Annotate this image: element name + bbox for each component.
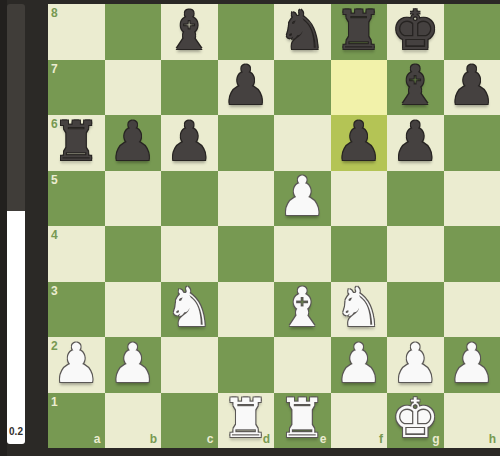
square-e7[interactable] bbox=[274, 60, 331, 116]
square-e3[interactable]: ♝ bbox=[274, 282, 331, 338]
rank-label-7: 7 bbox=[51, 63, 58, 75]
square-b2[interactable]: ♟ bbox=[105, 337, 162, 393]
piece-white-knight-f3[interactable]: ♞ bbox=[335, 281, 383, 335]
chess-board: 8♝♞♜♚7♟♝♟6♜♟♟♟♟5♟43♞♝♞2♟♟♟♟♟1abcd♜e♜fg♚h bbox=[48, 4, 500, 448]
square-h5[interactable] bbox=[444, 171, 500, 227]
square-d6[interactable] bbox=[218, 115, 275, 171]
piece-black-bishop-c8[interactable]: ♝ bbox=[165, 4, 213, 58]
piece-white-king-g1[interactable]: ♚ bbox=[391, 392, 439, 446]
rank-label-1: 1 bbox=[51, 396, 58, 408]
square-c7[interactable] bbox=[161, 60, 218, 116]
piece-white-rook-e1[interactable]: ♜ bbox=[278, 392, 326, 446]
square-g2[interactable]: ♟ bbox=[387, 337, 444, 393]
square-c8[interactable]: ♝ bbox=[161, 4, 218, 60]
piece-black-rook-f8[interactable]: ♜ bbox=[335, 4, 383, 58]
square-h4[interactable] bbox=[444, 226, 500, 282]
piece-white-pawn-a2[interactable]: ♟ bbox=[52, 337, 100, 391]
square-a1[interactable]: 1a bbox=[48, 393, 105, 449]
square-g7[interactable]: ♝ bbox=[387, 60, 444, 116]
square-c5[interactable] bbox=[161, 171, 218, 227]
square-d7[interactable]: ♟ bbox=[218, 60, 275, 116]
square-a4[interactable]: 4 bbox=[48, 226, 105, 282]
square-d8[interactable] bbox=[218, 4, 275, 60]
square-h6[interactable] bbox=[444, 115, 500, 171]
piece-black-pawn-c6[interactable]: ♟ bbox=[165, 115, 213, 169]
piece-white-pawn-h2[interactable]: ♟ bbox=[448, 337, 496, 391]
file-label-c: c bbox=[207, 433, 214, 445]
square-e2[interactable] bbox=[274, 337, 331, 393]
square-b6[interactable]: ♟ bbox=[105, 115, 162, 171]
piece-black-pawn-d7[interactable]: ♟ bbox=[222, 59, 270, 113]
square-d4[interactable] bbox=[218, 226, 275, 282]
square-b1[interactable]: b bbox=[105, 393, 162, 449]
square-c6[interactable]: ♟ bbox=[161, 115, 218, 171]
square-a3[interactable]: 3 bbox=[48, 282, 105, 338]
rank-label-5: 5 bbox=[51, 174, 58, 186]
square-d2[interactable] bbox=[218, 337, 275, 393]
square-d5[interactable] bbox=[218, 171, 275, 227]
square-e5[interactable]: ♟ bbox=[274, 171, 331, 227]
square-g8[interactable]: ♚ bbox=[387, 4, 444, 60]
square-a5[interactable]: 5 bbox=[48, 171, 105, 227]
square-h2[interactable]: ♟ bbox=[444, 337, 500, 393]
square-c2[interactable] bbox=[161, 337, 218, 393]
square-b5[interactable] bbox=[105, 171, 162, 227]
square-g6[interactable]: ♟ bbox=[387, 115, 444, 171]
square-c4[interactable] bbox=[161, 226, 218, 282]
square-f4[interactable] bbox=[331, 226, 388, 282]
piece-white-pawn-e5[interactable]: ♟ bbox=[278, 170, 326, 224]
evaluation-bar-track bbox=[7, 4, 25, 444]
piece-white-pawn-f2[interactable]: ♟ bbox=[335, 337, 383, 391]
square-h7[interactable]: ♟ bbox=[444, 60, 500, 116]
file-label-a: a bbox=[94, 433, 101, 445]
piece-black-pawn-h7[interactable]: ♟ bbox=[448, 59, 496, 113]
square-b4[interactable] bbox=[105, 226, 162, 282]
piece-black-pawn-g6[interactable]: ♟ bbox=[391, 115, 439, 169]
square-a7[interactable]: 7 bbox=[48, 60, 105, 116]
square-f1[interactable]: f bbox=[331, 393, 388, 449]
piece-white-bishop-e3[interactable]: ♝ bbox=[278, 281, 326, 335]
evaluation-bar: 0.2 bbox=[7, 4, 25, 444]
piece-black-knight-e8[interactable]: ♞ bbox=[278, 4, 326, 58]
piece-black-pawn-f6[interactable]: ♟ bbox=[335, 115, 383, 169]
square-d3[interactable] bbox=[218, 282, 275, 338]
square-h1[interactable]: h bbox=[444, 393, 500, 449]
file-label-b: b bbox=[150, 433, 157, 445]
square-d1[interactable]: d♜ bbox=[218, 393, 275, 449]
piece-white-pawn-b2[interactable]: ♟ bbox=[109, 337, 157, 391]
square-g3[interactable] bbox=[387, 282, 444, 338]
evaluation-bar-white-fill bbox=[7, 211, 25, 444]
square-b3[interactable] bbox=[105, 282, 162, 338]
piece-white-knight-c3[interactable]: ♞ bbox=[165, 281, 213, 335]
square-f7[interactable] bbox=[331, 60, 388, 116]
square-c3[interactable]: ♞ bbox=[161, 282, 218, 338]
square-g1[interactable]: g♚ bbox=[387, 393, 444, 449]
square-h3[interactable] bbox=[444, 282, 500, 338]
square-f8[interactable]: ♜ bbox=[331, 4, 388, 60]
file-label-f: f bbox=[379, 433, 383, 445]
piece-black-bishop-g7[interactable]: ♝ bbox=[391, 59, 439, 113]
square-e1[interactable]: e♜ bbox=[274, 393, 331, 449]
square-g5[interactable] bbox=[387, 171, 444, 227]
piece-black-rook-a6[interactable]: ♜ bbox=[52, 115, 100, 169]
piece-white-pawn-g2[interactable]: ♟ bbox=[391, 337, 439, 391]
square-c1[interactable]: c bbox=[161, 393, 218, 449]
square-f5[interactable] bbox=[331, 171, 388, 227]
square-a6[interactable]: 6♜ bbox=[48, 115, 105, 171]
piece-black-pawn-b6[interactable]: ♟ bbox=[109, 115, 157, 169]
window-left-edge bbox=[0, 0, 7, 456]
square-f2[interactable]: ♟ bbox=[331, 337, 388, 393]
piece-white-rook-d1[interactable]: ♜ bbox=[222, 392, 270, 446]
square-f3[interactable]: ♞ bbox=[331, 282, 388, 338]
square-a8[interactable]: 8 bbox=[48, 4, 105, 60]
square-b8[interactable] bbox=[105, 4, 162, 60]
square-e4[interactable] bbox=[274, 226, 331, 282]
rank-label-3: 3 bbox=[51, 285, 58, 297]
square-b7[interactable] bbox=[105, 60, 162, 116]
rank-label-8: 8 bbox=[51, 7, 58, 19]
square-h8[interactable] bbox=[444, 4, 500, 60]
file-label-h: h bbox=[489, 433, 496, 445]
square-a2[interactable]: 2♟ bbox=[48, 337, 105, 393]
evaluation-score: 0.2 bbox=[9, 426, 23, 437]
square-g4[interactable] bbox=[387, 226, 444, 282]
square-e8[interactable]: ♞ bbox=[274, 4, 331, 60]
rank-label-4: 4 bbox=[51, 229, 58, 241]
piece-black-king-g8[interactable]: ♚ bbox=[391, 4, 439, 58]
square-f6[interactable]: ♟ bbox=[331, 115, 388, 171]
square-e6[interactable] bbox=[274, 115, 331, 171]
